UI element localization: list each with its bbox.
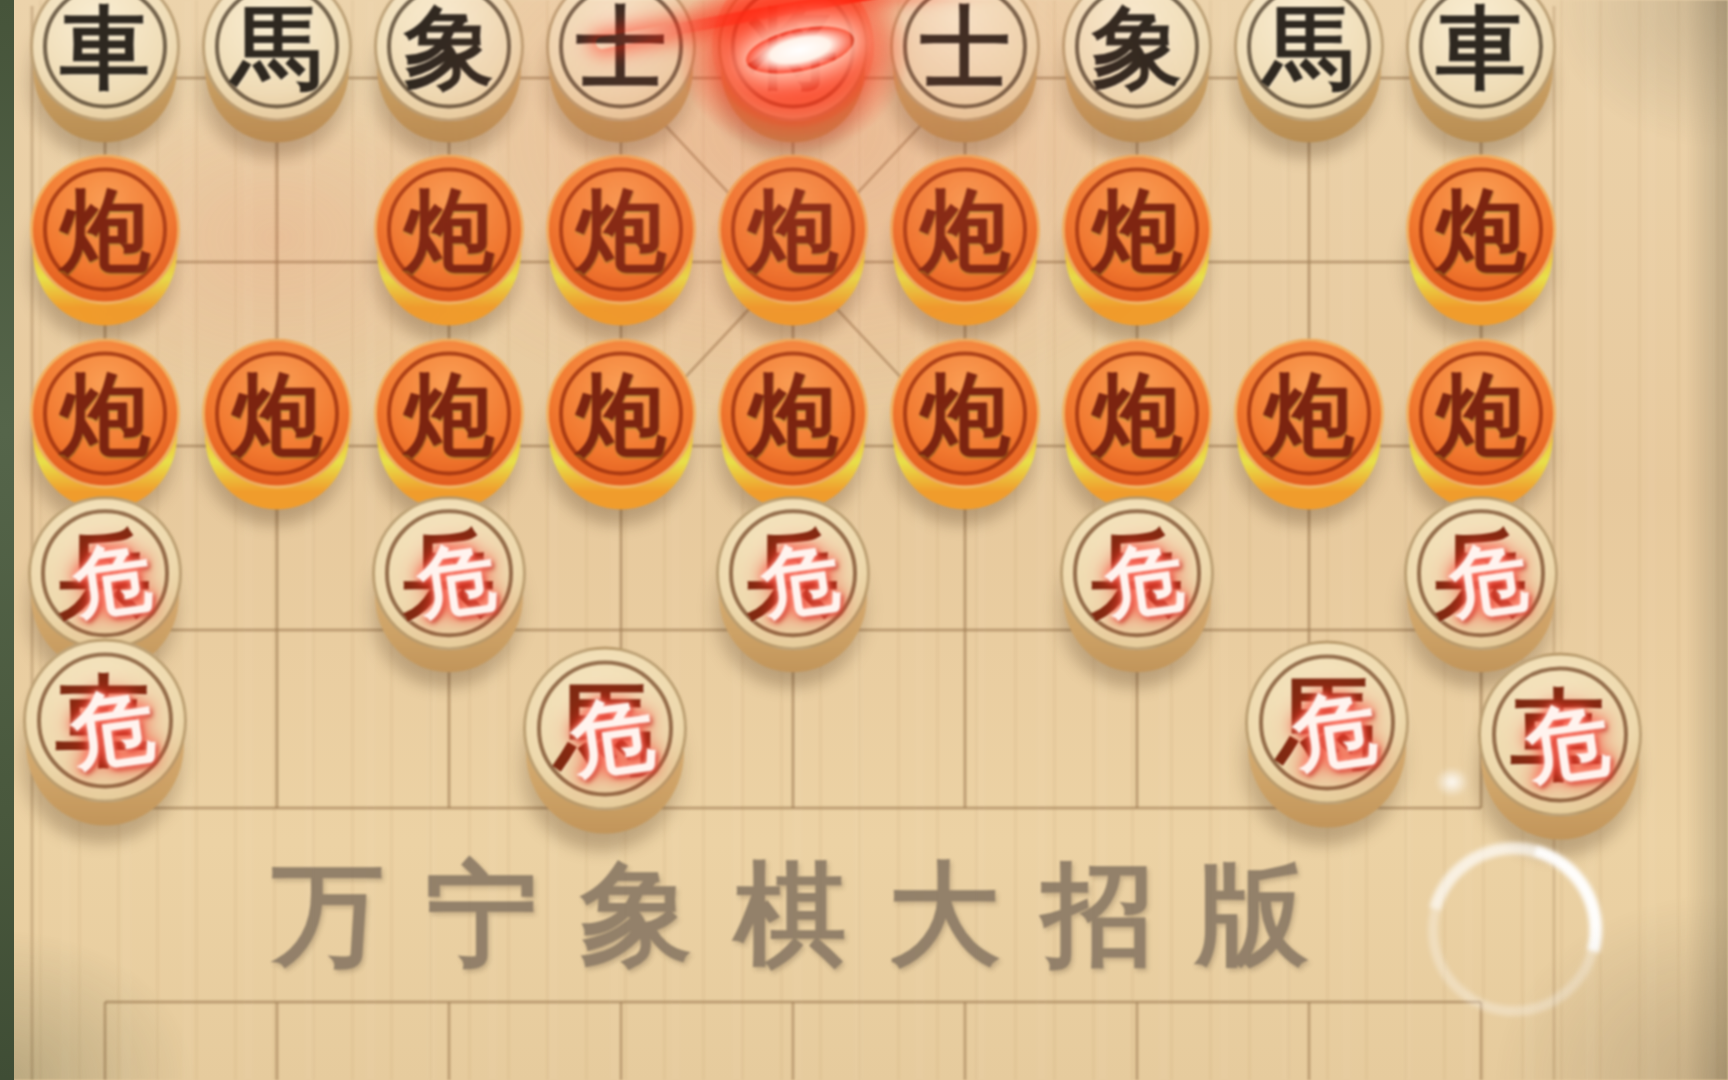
- piece-fire-炮[interactable]: 炮: [202, 339, 352, 510]
- piece-face: 炮: [202, 339, 352, 489]
- piece-fire-炮[interactable]: 炮: [718, 339, 868, 510]
- piece-face: 炮: [1406, 339, 1556, 489]
- piece-fire-炮[interactable]: 炮: [546, 155, 696, 326]
- piece-character: 炮: [748, 185, 838, 275]
- piece-fire-炮[interactable]: 炮: [1406, 339, 1556, 510]
- piece-character: 炮: [1264, 369, 1354, 459]
- piece-face: 炮: [718, 155, 868, 305]
- piece-fire-炮[interactable]: 炮: [1234, 339, 1384, 510]
- danger-mark: 危: [1287, 672, 1384, 792]
- piece-player-兵[interactable]: 兵 危: [1404, 496, 1558, 672]
- piece-character: 炮: [232, 369, 322, 459]
- piece-character: 象: [404, 2, 494, 92]
- piece-face: 炮: [30, 339, 180, 489]
- piece-fire-炮[interactable]: 炮: [718, 155, 868, 326]
- piece-black-象[interactable]: 象: [1062, 0, 1212, 143]
- piece-character: 炮: [404, 369, 494, 459]
- piece-face: 炮: [1062, 155, 1212, 305]
- piece-black-士[interactable]: 士: [890, 0, 1040, 143]
- piece-character: 馬: [1264, 2, 1354, 92]
- danger-mark: 危: [565, 678, 662, 798]
- piece-character: 炮: [404, 185, 494, 275]
- danger-mark: 危: [1520, 684, 1617, 804]
- piece-fire-炮[interactable]: 炮: [30, 155, 180, 326]
- piece-black-馬[interactable]: 馬: [1234, 0, 1384, 143]
- piece-character: 炮: [1092, 369, 1182, 459]
- piece-fire-炮[interactable]: 炮: [890, 155, 1040, 326]
- piece-fire-炮[interactable]: 炮: [546, 339, 696, 510]
- piece-character: 象: [1092, 2, 1182, 92]
- piece-black-車[interactable]: 車: [1406, 0, 1556, 143]
- piece-face: 炮: [1062, 339, 1212, 489]
- river-banner: 万宁象棋大招版: [0, 858, 1580, 970]
- piece-black-士[interactable]: 士: [546, 0, 696, 143]
- danger-mark: 危: [1099, 525, 1190, 639]
- piece-character: 炮: [920, 369, 1010, 459]
- piece-player-兵[interactable]: 兵 危: [1060, 496, 1214, 672]
- danger-mark: 危: [1443, 525, 1534, 639]
- piece-face: 炮: [718, 339, 868, 489]
- piece-black-馬[interactable]: 馬: [202, 0, 352, 143]
- piece-character: 炮: [576, 369, 666, 459]
- danger-mark: 危: [65, 670, 162, 790]
- danger-mark: 危: [67, 525, 158, 639]
- piece-black-車[interactable]: 車: [30, 0, 180, 143]
- piece-face: 炮: [546, 155, 696, 305]
- piece-face: 炮: [30, 155, 180, 305]
- piece-face: 炮: [1234, 339, 1384, 489]
- piece-player-馬[interactable]: 馬 危: [1245, 641, 1409, 828]
- piece-character: 車: [60, 2, 150, 92]
- piece-character: 士: [920, 2, 1010, 92]
- piece-fire-炮[interactable]: 炮: [890, 339, 1040, 510]
- piece-player-車[interactable]: 車 危: [23, 639, 187, 826]
- piece-fire-炮[interactable]: 炮: [1062, 339, 1212, 510]
- piece-character: 士: [576, 2, 666, 92]
- piece-player-兵[interactable]: 兵 危: [372, 496, 526, 672]
- piece-player-車[interactable]: 車 危: [1478, 653, 1642, 840]
- piece-character: 炮: [60, 185, 150, 275]
- piece-face: 炮: [374, 339, 524, 489]
- piece-character: 炮: [748, 369, 838, 459]
- danger-mark: 危: [755, 525, 846, 639]
- piece-face: 炮: [374, 155, 524, 305]
- piece-character: 炮: [1092, 185, 1182, 275]
- left-edge-strip: [0, 0, 14, 1080]
- piece-character: 炮: [60, 369, 150, 459]
- piece-face: 炮: [546, 339, 696, 489]
- piece-character: 車: [1436, 2, 1526, 92]
- white-glow-blob: [1435, 767, 1469, 797]
- piece-character: 炮: [1436, 185, 1526, 275]
- piece-face: 炮: [890, 155, 1040, 305]
- piece-face: 炮: [890, 339, 1040, 489]
- piece-fire-炮[interactable]: 炮: [30, 339, 180, 510]
- piece-player-兵[interactable]: 兵 危: [716, 496, 870, 672]
- piece-character: 炮: [920, 185, 1010, 275]
- piece-character: 馬: [232, 2, 322, 92]
- piece-fire-炮[interactable]: 炮: [1406, 155, 1556, 326]
- piece-fire-炮[interactable]: 炮: [374, 155, 524, 326]
- piece-fire-炮[interactable]: 炮: [374, 339, 524, 510]
- danger-mark: 危: [411, 525, 502, 639]
- piece-face: 炮: [1406, 155, 1556, 305]
- piece-fire-炮[interactable]: 炮: [1062, 155, 1212, 326]
- piece-black-象[interactable]: 象: [374, 0, 524, 143]
- xiangqi-game-screen: 万宁象棋大招版 車 馬 象 士 将 士: [0, 0, 1728, 1080]
- piece-character: 炮: [1436, 369, 1526, 459]
- piece-character: 炮: [576, 185, 666, 275]
- piece-player-馬[interactable]: 馬 危: [523, 647, 687, 834]
